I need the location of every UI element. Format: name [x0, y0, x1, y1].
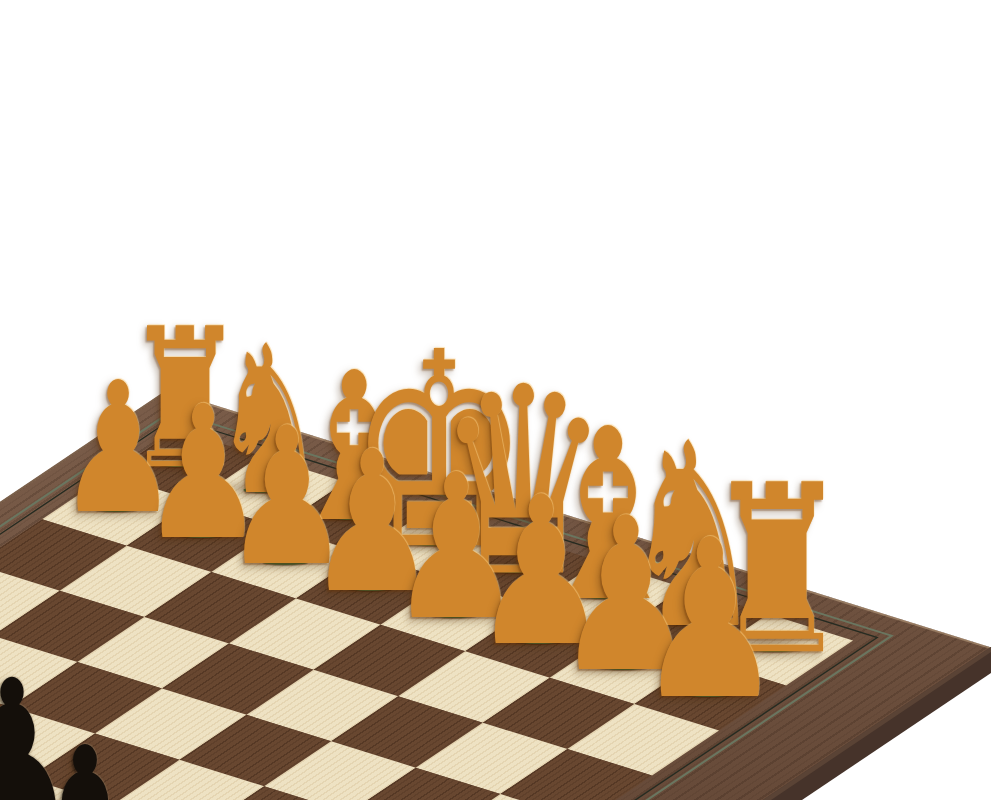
black-pawn: ♟: [0, 721, 175, 800]
pawn-glyph: ♟: [637, 511, 784, 730]
pawn-glyph: ♟: [18, 721, 152, 800]
pieces-layer: ♜♞♟♝♟♚♟♛♟♝♟♞♟♜♟♟♟♟: [0, 0, 1000, 800]
white-pawn: ♟: [612, 511, 808, 730]
chess-set-photo: ♜♞♟♝♟♚♟♛♟♝♟♞♟♜♟♟♟♟: [0, 0, 1000, 800]
